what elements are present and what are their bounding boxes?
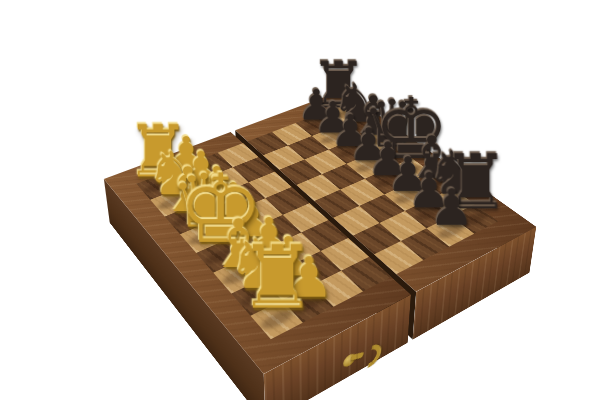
brass-latch [343, 341, 375, 383]
black-pawn-glyph: ♟ [405, 182, 499, 232]
scene: ♜♞♝♛♚♝♞♜♟♟♟♟♟♟♟♟♟♟♟♟♟♟♟♟♜♞♝♛♚♝♞♜ [0, 0, 600, 400]
latch-plate-icon [343, 351, 355, 369]
photo-canvas: ♜♞♝♛♚♝♞♜♟♟♟♟♟♟♟♟♟♟♟♟♟♟♟♟♜♞♝♛♚♝♞♜ [0, 0, 600, 400]
white-rook-glyph: ♜ [225, 233, 332, 321]
latch-hook-icon [354, 341, 385, 373]
folding-board: ♜♞♝♛♚♝♞♜♟♟♟♟♟♟♟♟♟♟♟♟♟♟♟♟♜♞♝♛♚♝♞♜ [104, 90, 536, 374]
latch-rod-icon [350, 352, 364, 361]
